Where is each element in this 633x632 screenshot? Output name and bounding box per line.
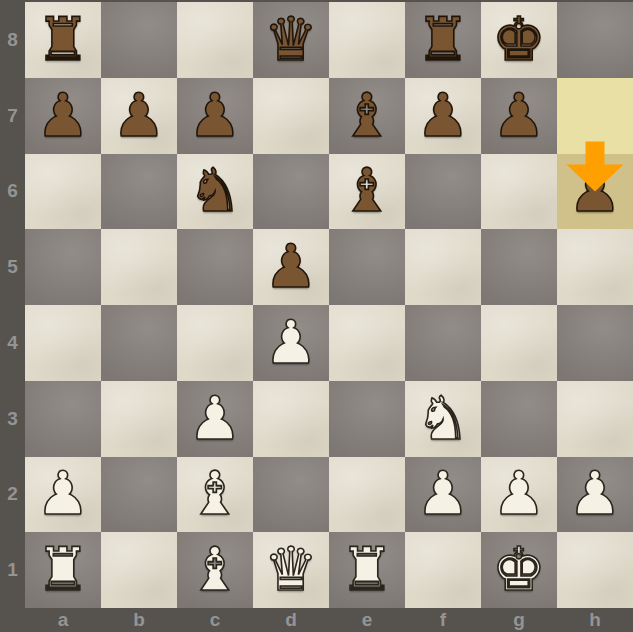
black-pawn-b7[interactable]: ♟ (112, 85, 166, 145)
square-d5[interactable]: ♟ (253, 229, 329, 305)
square-h8[interactable] (557, 2, 633, 78)
white-rook-e1[interactable]: ♜ (340, 539, 394, 599)
square-c7[interactable]: ♟ (177, 78, 253, 154)
white-pawn-c3[interactable]: ♟ (188, 388, 242, 448)
file-label-g: g (481, 608, 557, 632)
square-e6[interactable]: ♝ (329, 154, 405, 230)
file-label-e: e (329, 608, 405, 632)
square-e8[interactable] (329, 2, 405, 78)
square-g3[interactable] (481, 381, 557, 457)
square-h2[interactable]: ♟ (557, 457, 633, 533)
square-f6[interactable] (405, 154, 481, 230)
rank-label-5: 5 (0, 229, 25, 305)
square-f5[interactable] (405, 229, 481, 305)
square-h7[interactable] (557, 78, 633, 154)
white-pawn-a2[interactable]: ♟ (36, 463, 90, 523)
square-g2[interactable]: ♟ (481, 457, 557, 533)
square-e1[interactable]: ♜ (329, 532, 405, 608)
square-d2[interactable] (253, 457, 329, 533)
square-d6[interactable] (253, 154, 329, 230)
black-rook-a8[interactable]: ♜ (36, 9, 90, 69)
square-c8[interactable] (177, 2, 253, 78)
white-pawn-g2[interactable]: ♟ (492, 463, 546, 523)
square-b4[interactable] (101, 305, 177, 381)
square-h6[interactable]: ♟ (557, 154, 633, 230)
white-rook-a1[interactable]: ♜ (36, 539, 90, 599)
square-e4[interactable] (329, 305, 405, 381)
file-labels: a b c d e f g h (25, 608, 633, 632)
square-a7[interactable]: ♟ (25, 78, 101, 154)
chess-board-frame: 8 7 6 5 4 3 2 1 ♜♛♜♚♟♟♟♝♟♟♞♝♟♟♟♟♞♟♝♟♟♟♜♝… (0, 0, 633, 632)
square-h1[interactable] (557, 532, 633, 608)
black-pawn-h6[interactable]: ♟ (568, 160, 622, 220)
square-a5[interactable] (25, 229, 101, 305)
black-queen-d8[interactable]: ♛ (264, 9, 318, 69)
square-b8[interactable] (101, 2, 177, 78)
square-h4[interactable] (557, 305, 633, 381)
white-bishop-c2[interactable]: ♝ (188, 463, 242, 523)
rank-label-2: 2 (0, 457, 25, 533)
square-c4[interactable] (177, 305, 253, 381)
black-king-g8[interactable]: ♚ (492, 9, 546, 69)
square-b3[interactable] (101, 381, 177, 457)
square-c5[interactable] (177, 229, 253, 305)
square-c2[interactable]: ♝ (177, 457, 253, 533)
white-pawn-f2[interactable]: ♟ (416, 463, 470, 523)
square-b1[interactable] (101, 532, 177, 608)
rank-label-3: 3 (0, 381, 25, 457)
white-pawn-h2[interactable]: ♟ (568, 463, 622, 523)
square-g6[interactable] (481, 154, 557, 230)
black-pawn-c7[interactable]: ♟ (188, 85, 242, 145)
square-b5[interactable] (101, 229, 177, 305)
square-d1[interactable]: ♛ (253, 532, 329, 608)
square-e7[interactable]: ♝ (329, 78, 405, 154)
square-d7[interactable] (253, 78, 329, 154)
square-e3[interactable] (329, 381, 405, 457)
square-b6[interactable] (101, 154, 177, 230)
rank-label-8: 8 (0, 2, 25, 78)
black-pawn-d5[interactable]: ♟ (264, 236, 318, 296)
square-f3[interactable]: ♞ (405, 381, 481, 457)
square-f4[interactable] (405, 305, 481, 381)
black-pawn-f7[interactable]: ♟ (416, 85, 470, 145)
square-c1[interactable]: ♝ (177, 532, 253, 608)
square-a8[interactable]: ♜ (25, 2, 101, 78)
square-a2[interactable]: ♟ (25, 457, 101, 533)
square-d8[interactable]: ♛ (253, 2, 329, 78)
white-pawn-d4[interactable]: ♟ (264, 312, 318, 372)
square-a1[interactable]: ♜ (25, 532, 101, 608)
rank-label-6: 6 (0, 154, 25, 230)
black-pawn-a7[interactable]: ♟ (36, 85, 90, 145)
white-queen-d1[interactable]: ♛ (264, 539, 318, 599)
square-f8[interactable]: ♜ (405, 2, 481, 78)
rank-labels: 8 7 6 5 4 3 2 1 (0, 2, 25, 608)
black-knight-c6[interactable]: ♞ (188, 160, 242, 220)
square-a6[interactable] (25, 154, 101, 230)
square-f2[interactable]: ♟ (405, 457, 481, 533)
black-bishop-e6[interactable]: ♝ (340, 160, 394, 220)
file-label-d: d (253, 608, 329, 632)
square-e5[interactable] (329, 229, 405, 305)
square-d4[interactable]: ♟ (253, 305, 329, 381)
rank-label-4: 4 (0, 305, 25, 381)
square-b7[interactable]: ♟ (101, 78, 177, 154)
square-g1[interactable]: ♚ (481, 532, 557, 608)
square-b2[interactable] (101, 457, 177, 533)
file-label-a: a (25, 608, 101, 632)
rank-label-1: 1 (0, 532, 25, 608)
square-f1[interactable] (405, 532, 481, 608)
square-h3[interactable] (557, 381, 633, 457)
square-a4[interactable] (25, 305, 101, 381)
square-f7[interactable]: ♟ (405, 78, 481, 154)
black-pawn-g7[interactable]: ♟ (492, 85, 546, 145)
square-c3[interactable]: ♟ (177, 381, 253, 457)
white-king-g1[interactable]: ♚ (492, 539, 546, 599)
square-g8[interactable]: ♚ (481, 2, 557, 78)
black-bishop-e7[interactable]: ♝ (340, 85, 394, 145)
square-g4[interactable] (481, 305, 557, 381)
file-label-b: b (101, 608, 177, 632)
white-bishop-c1[interactable]: ♝ (188, 539, 242, 599)
rank-label-7: 7 (0, 78, 25, 154)
white-knight-f3[interactable]: ♞ (416, 388, 470, 448)
square-g5[interactable] (481, 229, 557, 305)
square-h5[interactable] (557, 229, 633, 305)
square-d3[interactable] (253, 381, 329, 457)
square-g7[interactable]: ♟ (481, 78, 557, 154)
square-c6[interactable]: ♞ (177, 154, 253, 230)
file-label-c: c (177, 608, 253, 632)
square-a3[interactable] (25, 381, 101, 457)
square-e2[interactable] (329, 457, 405, 533)
file-label-h: h (557, 608, 633, 632)
board: ♜♛♜♚♟♟♟♝♟♟♞♝♟♟♟♟♞♟♝♟♟♟♜♝♛♜♚ (25, 2, 633, 608)
file-label-f: f (405, 608, 481, 632)
black-rook-f8[interactable]: ♜ (416, 9, 470, 69)
